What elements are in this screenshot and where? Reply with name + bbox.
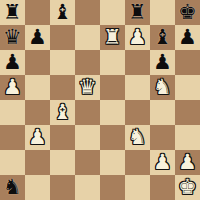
square-c5[interactable]	[50, 75, 75, 100]
square-b2[interactable]	[25, 150, 50, 175]
white-bishop[interactable]: ♝	[53, 100, 72, 125]
square-g8[interactable]	[150, 0, 175, 25]
white-knight[interactable]: ♞	[153, 75, 172, 100]
square-e2[interactable]	[100, 150, 125, 175]
square-d6[interactable]	[75, 50, 100, 75]
black-pawn[interactable]: ♟	[178, 25, 197, 50]
square-a8[interactable]: ♜	[0, 0, 25, 25]
square-a2[interactable]	[0, 150, 25, 175]
square-b3[interactable]: ♟	[25, 125, 50, 150]
square-g5[interactable]: ♞	[150, 75, 175, 100]
square-c3[interactable]	[50, 125, 75, 150]
square-a5[interactable]: ♟	[0, 75, 25, 100]
square-e5[interactable]	[100, 75, 125, 100]
black-pawn[interactable]: ♟	[3, 50, 22, 75]
square-d5[interactable]: ♛	[75, 75, 100, 100]
square-h5[interactable]	[175, 75, 200, 100]
square-e1[interactable]	[100, 175, 125, 200]
square-e3[interactable]	[100, 125, 125, 150]
square-c1[interactable]	[50, 175, 75, 200]
square-e8[interactable]	[100, 0, 125, 25]
square-a3[interactable]	[0, 125, 25, 150]
square-b1[interactable]	[25, 175, 50, 200]
square-f6[interactable]	[125, 50, 150, 75]
square-d4[interactable]	[75, 100, 100, 125]
black-pawn[interactable]: ♟	[153, 50, 172, 75]
square-d2[interactable]	[75, 150, 100, 175]
black-bishop[interactable]: ♝	[53, 0, 72, 25]
square-b5[interactable]	[25, 75, 50, 100]
square-c7[interactable]	[50, 25, 75, 50]
square-b6[interactable]	[25, 50, 50, 75]
chess-board: ♜♝♜♚♛♟♜♟♝♟♟♟♟♛♞♝♟♞♟♟♞♚	[0, 0, 200, 200]
square-f3[interactable]: ♞	[125, 125, 150, 150]
square-g7[interactable]: ♝	[150, 25, 175, 50]
square-c4[interactable]: ♝	[50, 100, 75, 125]
square-h3[interactable]	[175, 125, 200, 150]
black-pawn[interactable]: ♟	[28, 25, 47, 50]
black-rook[interactable]: ♜	[3, 0, 22, 25]
square-a6[interactable]: ♟	[0, 50, 25, 75]
square-f8[interactable]: ♜	[125, 0, 150, 25]
square-d7[interactable]	[75, 25, 100, 50]
square-h2[interactable]: ♟	[175, 150, 200, 175]
square-f7[interactable]: ♟	[125, 25, 150, 50]
square-g1[interactable]	[150, 175, 175, 200]
black-queen[interactable]: ♛	[3, 25, 22, 50]
square-h4[interactable]	[175, 100, 200, 125]
square-g2[interactable]: ♟	[150, 150, 175, 175]
square-b4[interactable]	[25, 100, 50, 125]
square-d1[interactable]	[75, 175, 100, 200]
black-king[interactable]: ♚	[178, 0, 197, 25]
black-bishop[interactable]: ♝	[153, 25, 172, 50]
square-b7[interactable]: ♟	[25, 25, 50, 50]
square-b8[interactable]	[25, 0, 50, 25]
square-e4[interactable]	[100, 100, 125, 125]
square-c8[interactable]: ♝	[50, 0, 75, 25]
square-g4[interactable]	[150, 100, 175, 125]
white-queen[interactable]: ♛	[78, 75, 97, 100]
white-pawn[interactable]: ♟	[28, 125, 47, 150]
square-c2[interactable]	[50, 150, 75, 175]
square-e6[interactable]	[100, 50, 125, 75]
square-f4[interactable]	[125, 100, 150, 125]
square-h6[interactable]	[175, 50, 200, 75]
square-h8[interactable]: ♚	[175, 0, 200, 25]
square-g6[interactable]: ♟	[150, 50, 175, 75]
white-knight[interactable]: ♞	[128, 125, 147, 150]
square-d3[interactable]	[75, 125, 100, 150]
white-pawn[interactable]: ♟	[178, 150, 197, 175]
square-a1[interactable]: ♞	[0, 175, 25, 200]
black-rook[interactable]: ♜	[128, 0, 147, 25]
square-d8[interactable]	[75, 0, 100, 25]
square-a7[interactable]: ♛	[0, 25, 25, 50]
white-pawn[interactable]: ♟	[128, 25, 147, 50]
square-c6[interactable]	[50, 50, 75, 75]
white-king[interactable]: ♚	[178, 175, 197, 200]
white-rook[interactable]: ♜	[103, 25, 122, 50]
square-h1[interactable]: ♚	[175, 175, 200, 200]
black-knight[interactable]: ♞	[3, 175, 22, 200]
square-a4[interactable]	[0, 100, 25, 125]
square-f2[interactable]	[125, 150, 150, 175]
square-f1[interactable]	[125, 175, 150, 200]
white-pawn[interactable]: ♟	[153, 150, 172, 175]
white-pawn[interactable]: ♟	[3, 75, 22, 100]
square-f5[interactable]	[125, 75, 150, 100]
square-h7[interactable]: ♟	[175, 25, 200, 50]
square-e7[interactable]: ♜	[100, 25, 125, 50]
square-g3[interactable]	[150, 125, 175, 150]
